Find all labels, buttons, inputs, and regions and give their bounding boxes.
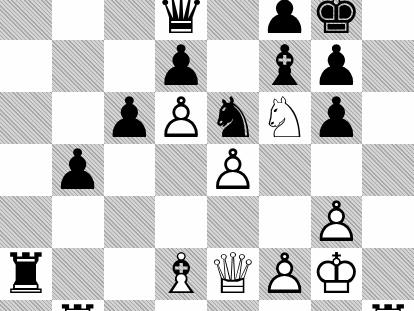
square-c4 [104, 144, 156, 196]
square-e1 [207, 300, 259, 311]
square-a6 [0, 40, 52, 92]
black-rook-a2: ♜ [0, 248, 52, 300]
square-b7 [52, 0, 104, 40]
white-rook-h1: ♜♖ [362, 300, 414, 311]
chess-board: ♛♟♚♟♝♟♟♟♙♞♞♘♟♟♟♙♟♙♜♝♗♛♕♟♙♚♔♜♖♜♖ [0, 0, 414, 311]
square-c7 [104, 0, 156, 40]
black-rook-icon: ♜ [0, 248, 52, 300]
square-f2: ♟♙ [259, 248, 311, 300]
black-pawn-icon: ♟ [52, 144, 104, 196]
white-knight-f5: ♞♘ [259, 92, 311, 144]
black-pawn-icon: ♟ [104, 92, 156, 144]
square-d2: ♝♗ [155, 248, 207, 300]
square-d4 [155, 144, 207, 196]
square-h3 [362, 196, 414, 248]
square-f5: ♞♘ [259, 92, 311, 144]
square-f1 [259, 300, 311, 311]
white-pawn-outline-icon: ♙ [155, 92, 207, 144]
square-b3 [52, 196, 104, 248]
white-bishop-outline-icon: ♗ [155, 248, 207, 300]
square-b6 [52, 40, 104, 92]
square-b4: ♟ [52, 144, 104, 196]
white-pawn-f2: ♟♙ [259, 248, 311, 300]
square-b1: ♜♖ [52, 300, 104, 311]
black-pawn-icon: ♟ [311, 92, 363, 144]
square-g1 [311, 300, 363, 311]
square-a4 [0, 144, 52, 196]
square-e7 [207, 0, 259, 40]
white-queen-e2: ♛♕ [207, 248, 259, 300]
square-e4: ♟♙ [207, 144, 259, 196]
square-e2: ♛♕ [207, 248, 259, 300]
square-a7 [0, 0, 52, 40]
white-pawn-d5: ♟♙ [155, 92, 207, 144]
black-pawn-g5: ♟ [311, 92, 363, 144]
square-a1 [0, 300, 52, 311]
square-c3 [104, 196, 156, 248]
white-king-g2: ♚♔ [311, 248, 363, 300]
square-h4 [362, 144, 414, 196]
square-c2 [104, 248, 156, 300]
square-g5: ♟ [311, 92, 363, 144]
white-knight-outline-icon: ♘ [259, 92, 311, 144]
white-pawn-e4: ♟♙ [207, 144, 259, 196]
square-c1 [104, 300, 156, 311]
white-rook-outline-icon: ♖ [52, 300, 104, 311]
square-h7 [362, 0, 414, 40]
square-h1: ♜♖ [362, 300, 414, 311]
white-pawn-outline-icon: ♙ [207, 144, 259, 196]
square-h5 [362, 92, 414, 144]
square-d5: ♟♙ [155, 92, 207, 144]
square-d1 [155, 300, 207, 311]
square-g2: ♚♔ [311, 248, 363, 300]
black-pawn-c5: ♟ [104, 92, 156, 144]
white-rook-b1: ♜♖ [52, 300, 104, 311]
chess-diagram: ♛♟♚♟♝♟♟♟♙♞♞♘♟♟♟♙♟♙♜♝♗♛♕♟♙♚♔♜♖♜♖ [0, 0, 414, 311]
white-rook-outline-icon: ♖ [362, 300, 414, 311]
white-pawn-outline-icon: ♙ [259, 248, 311, 300]
square-c5: ♟ [104, 92, 156, 144]
white-bishop-d2: ♝♗ [155, 248, 207, 300]
square-h6 [362, 40, 414, 92]
square-a5 [0, 92, 52, 144]
black-pawn-b4: ♟ [52, 144, 104, 196]
square-a2: ♜ [0, 248, 52, 300]
square-f4 [259, 144, 311, 196]
white-king-outline-icon: ♔ [311, 248, 363, 300]
white-queen-outline-icon: ♕ [207, 248, 259, 300]
